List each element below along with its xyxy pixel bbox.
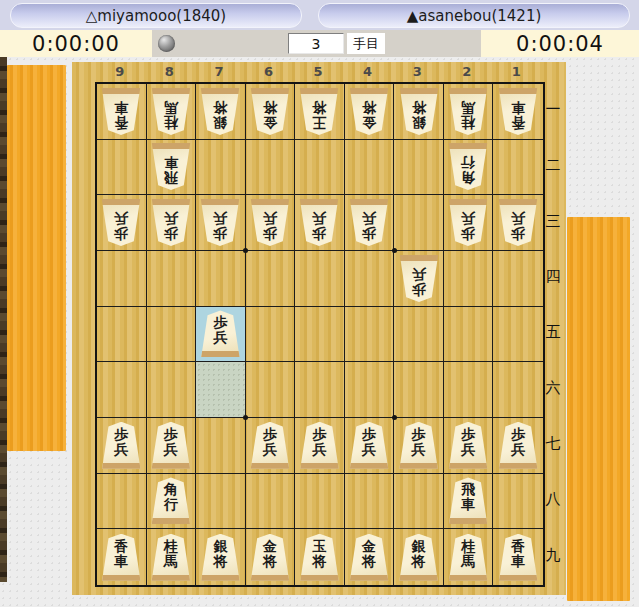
gote-piece-桂馬-81[interactable]: 桂馬 bbox=[151, 88, 191, 135]
sente-piece-歩兵-57[interactable]: 歩兵 bbox=[299, 422, 339, 469]
piece-kanji: 歩 bbox=[164, 226, 178, 241]
piece-kanji: 香 bbox=[114, 115, 128, 130]
square-28[interactable]: 飛車 bbox=[444, 474, 494, 530]
square-84[interactable] bbox=[147, 251, 197, 307]
piece-kanji: 香 bbox=[511, 539, 525, 554]
piece-kanji: 銀 bbox=[412, 115, 426, 130]
piece-kanji: 兵 bbox=[263, 442, 277, 457]
file-label-7: 7 bbox=[194, 63, 244, 81]
file-label-2: 2 bbox=[442, 63, 492, 81]
rank-label-8: 八 bbox=[542, 472, 564, 528]
square-75[interactable]: 歩兵 bbox=[196, 307, 246, 363]
square-63[interactable]: 歩兵 bbox=[246, 195, 296, 251]
square-64[interactable] bbox=[246, 251, 296, 307]
piece-kanji: 将 bbox=[213, 100, 227, 115]
sente-piece-歩兵-97[interactable]: 歩兵 bbox=[101, 422, 141, 469]
square-52[interactable] bbox=[295, 140, 345, 196]
piece-kanji: 銀 bbox=[213, 539, 227, 554]
square-74[interactable] bbox=[196, 251, 246, 307]
sente-piece-歩兵-37[interactable]: 歩兵 bbox=[399, 422, 439, 469]
square-18[interactable] bbox=[493, 474, 543, 530]
piece-kanji: 兵 bbox=[213, 211, 227, 226]
piece-kanji: 歩 bbox=[412, 427, 426, 442]
square-16[interactable] bbox=[493, 362, 543, 418]
gote-piece-飛車-82[interactable]: 飛車 bbox=[151, 143, 191, 190]
square-77[interactable] bbox=[196, 418, 246, 474]
sente-piece-香車-99[interactable]: 香車 bbox=[101, 534, 141, 581]
sente-piece-銀将-79[interactable]: 銀将 bbox=[200, 534, 240, 581]
file-label-8: 8 bbox=[145, 63, 195, 81]
square-59[interactable]: 玉将 bbox=[295, 529, 345, 585]
square-99[interactable]: 香車 bbox=[97, 529, 147, 585]
gote-piece-歩兵-23[interactable]: 歩兵 bbox=[448, 199, 488, 246]
square-93[interactable]: 歩兵 bbox=[97, 195, 147, 251]
piece-kanji: 歩 bbox=[114, 427, 128, 442]
square-17[interactable]: 歩兵 bbox=[493, 418, 543, 474]
piece-kanji: 兵 bbox=[412, 267, 426, 282]
square-62[interactable] bbox=[246, 140, 296, 196]
piece-kanji: 将 bbox=[362, 554, 376, 569]
piece-kanji: 馬 bbox=[461, 100, 475, 115]
piece-kanji: 兵 bbox=[114, 442, 128, 457]
move-number-label: 手目 bbox=[347, 33, 385, 54]
piece-kanji: 金 bbox=[263, 115, 277, 130]
piece-kanji: 歩 bbox=[362, 226, 376, 241]
square-47[interactable]: 歩兵 bbox=[345, 418, 395, 474]
square-41[interactable]: 金将 bbox=[345, 84, 395, 140]
square-66[interactable] bbox=[246, 362, 296, 418]
gote-piece-歩兵-73[interactable]: 歩兵 bbox=[200, 199, 240, 246]
rank-label-3: 三 bbox=[542, 193, 564, 249]
piece-kanji: 銀 bbox=[213, 115, 227, 130]
gote-piece-銀将-71[interactable]: 銀将 bbox=[200, 88, 240, 135]
piece-kanji: 王 bbox=[312, 115, 326, 130]
rank-label-9: 九 bbox=[542, 527, 564, 583]
square-51[interactable]: 王将 bbox=[295, 84, 345, 140]
gote-piece-角行-22[interactable]: 角行 bbox=[448, 143, 488, 190]
piece-kanji: 歩 bbox=[263, 427, 277, 442]
square-71[interactable]: 銀将 bbox=[196, 84, 246, 140]
file-coordinate-labels: 987654321 bbox=[95, 63, 541, 81]
piece-kanji: 車 bbox=[511, 554, 525, 569]
square-31[interactable]: 銀将 bbox=[394, 84, 444, 140]
square-23[interactable]: 歩兵 bbox=[444, 195, 494, 251]
square-25[interactable] bbox=[444, 307, 494, 363]
sente-player-button[interactable]: ▲asanebou(1421) bbox=[318, 3, 630, 28]
file-label-4: 4 bbox=[343, 63, 393, 81]
square-32[interactable] bbox=[394, 140, 444, 196]
piece-kanji: 歩 bbox=[213, 315, 227, 330]
piece-kanji: 兵 bbox=[164, 211, 178, 226]
shogi-client-window: △miyamooo(1840) ▲asanebou(1421) 0:00:00 … bbox=[0, 0, 639, 607]
rank-label-4: 四 bbox=[542, 249, 564, 305]
square-19[interactable]: 香車 bbox=[493, 529, 543, 585]
rank-coordinate-labels: 一二三四五六七八九 bbox=[542, 82, 564, 583]
square-11[interactable]: 香車 bbox=[493, 84, 543, 140]
square-56[interactable] bbox=[295, 362, 345, 418]
piece-kanji: 金 bbox=[362, 539, 376, 554]
square-86[interactable] bbox=[147, 362, 197, 418]
sente-piece-歩兵-75[interactable]: 歩兵 bbox=[200, 310, 240, 357]
square-26[interactable] bbox=[444, 362, 494, 418]
gote-clock: 0:00:00 bbox=[0, 30, 152, 57]
piece-kanji: 兵 bbox=[461, 211, 475, 226]
piece-kanji: 車 bbox=[461, 497, 475, 512]
square-61[interactable]: 金将 bbox=[246, 84, 296, 140]
piece-kanji: 車 bbox=[114, 554, 128, 569]
piece-kanji: 歩 bbox=[213, 226, 227, 241]
piece-kanji: 兵 bbox=[213, 330, 227, 345]
piece-kanji: 兵 bbox=[362, 211, 376, 226]
piece-kanji: 将 bbox=[263, 554, 277, 569]
piece-kanji: 車 bbox=[114, 100, 128, 115]
gote-piece-歩兵-53[interactable]: 歩兵 bbox=[299, 199, 339, 246]
piece-kanji: 歩 bbox=[461, 427, 475, 442]
square-36[interactable] bbox=[394, 362, 444, 418]
sente-piece-銀将-39[interactable]: 銀将 bbox=[399, 534, 439, 581]
square-37[interactable]: 歩兵 bbox=[394, 418, 444, 474]
square-42[interactable] bbox=[345, 140, 395, 196]
square-85[interactable] bbox=[147, 307, 197, 363]
piece-kanji: 車 bbox=[164, 155, 178, 170]
square-89[interactable]: 桂馬 bbox=[147, 529, 197, 585]
piece-kanji: 歩 bbox=[164, 427, 178, 442]
piece-kanji: 桂 bbox=[461, 115, 475, 130]
sente-piece-歩兵-67[interactable]: 歩兵 bbox=[250, 422, 290, 469]
gote-piece-金将-61[interactable]: 金将 bbox=[250, 88, 290, 135]
gote-piece-王将-51[interactable]: 王将 bbox=[299, 88, 339, 135]
piece-kanji: 金 bbox=[362, 115, 376, 130]
square-29[interactable]: 桂馬 bbox=[444, 529, 494, 585]
square-79[interactable]: 銀将 bbox=[196, 529, 246, 585]
piece-kanji: 馬 bbox=[164, 100, 178, 115]
file-label-1: 1 bbox=[492, 63, 542, 81]
piece-kanji: 歩 bbox=[461, 226, 475, 241]
sente-piece-歩兵-27[interactable]: 歩兵 bbox=[448, 422, 488, 469]
rank-label-1: 一 bbox=[542, 82, 564, 138]
piece-kanji: 銀 bbox=[412, 539, 426, 554]
square-87[interactable]: 歩兵 bbox=[147, 418, 197, 474]
piece-kanji: 金 bbox=[263, 539, 277, 554]
square-43[interactable]: 歩兵 bbox=[345, 195, 395, 251]
sente-piece-角行-88[interactable]: 角行 bbox=[151, 477, 191, 524]
sente-piece-歩兵-87[interactable]: 歩兵 bbox=[151, 422, 191, 469]
square-53[interactable]: 歩兵 bbox=[295, 195, 345, 251]
square-95[interactable] bbox=[97, 307, 147, 363]
piece-kanji: 飛 bbox=[164, 170, 178, 185]
gote-player-button[interactable]: △miyamooo(1840) bbox=[10, 3, 302, 28]
square-96[interactable] bbox=[97, 362, 147, 418]
square-69[interactable]: 金将 bbox=[246, 529, 296, 585]
turn-indicator-orb-icon bbox=[158, 35, 175, 52]
gote-piece-香車-11[interactable]: 香車 bbox=[498, 88, 538, 135]
square-73[interactable]: 歩兵 bbox=[196, 195, 246, 251]
square-97[interactable]: 歩兵 bbox=[97, 418, 147, 474]
square-22[interactable]: 角行 bbox=[444, 140, 494, 196]
gote-piece-香車-91[interactable]: 香車 bbox=[101, 88, 141, 135]
rank-label-7: 七 bbox=[542, 416, 564, 472]
left-wood-trim bbox=[0, 57, 7, 582]
square-45[interactable] bbox=[345, 307, 395, 363]
square-14[interactable] bbox=[493, 251, 543, 307]
rank-label-5: 五 bbox=[542, 305, 564, 361]
square-35[interactable] bbox=[394, 307, 444, 363]
square-88[interactable]: 角行 bbox=[147, 474, 197, 530]
square-55[interactable] bbox=[295, 307, 345, 363]
gote-captured-piece-stand[interactable] bbox=[7, 65, 66, 451]
gote-piece-桂馬-21[interactable]: 桂馬 bbox=[448, 88, 488, 135]
sente-clock: 0:00:04 bbox=[481, 30, 639, 57]
sente-piece-玉将-59[interactable]: 玉将 bbox=[299, 534, 339, 581]
piece-kanji: 兵 bbox=[461, 442, 475, 457]
square-34[interactable]: 歩兵 bbox=[394, 251, 444, 307]
piece-kanji: 将 bbox=[412, 554, 426, 569]
square-54[interactable] bbox=[295, 251, 345, 307]
piece-kanji: 兵 bbox=[312, 211, 326, 226]
square-76[interactable] bbox=[196, 362, 246, 418]
piece-kanji: 歩 bbox=[312, 226, 326, 241]
sente-captured-piece-stand[interactable] bbox=[567, 217, 630, 601]
clock-bar: 0:00:00 手目 0:00:04 bbox=[0, 30, 639, 57]
sente-piece-飛車-28[interactable]: 飛車 bbox=[448, 477, 488, 524]
piece-kanji: 馬 bbox=[164, 554, 178, 569]
gote-piece-歩兵-13[interactable]: 歩兵 bbox=[498, 199, 538, 246]
rank-label-2: 二 bbox=[542, 138, 564, 194]
file-label-6: 6 bbox=[244, 63, 294, 81]
square-68[interactable] bbox=[246, 474, 296, 530]
piece-kanji: 香 bbox=[114, 539, 128, 554]
piece-kanji: 将 bbox=[312, 554, 326, 569]
file-label-3: 3 bbox=[392, 63, 442, 81]
square-21[interactable]: 桂馬 bbox=[444, 84, 494, 140]
file-label-5: 5 bbox=[293, 63, 343, 81]
square-81[interactable]: 桂馬 bbox=[147, 84, 197, 140]
move-number-input[interactable] bbox=[288, 33, 344, 54]
square-46[interactable] bbox=[345, 362, 395, 418]
square-94[interactable] bbox=[97, 251, 147, 307]
piece-kanji: 将 bbox=[263, 100, 277, 115]
sente-piece-香車-19[interactable]: 香車 bbox=[498, 534, 538, 581]
piece-kanji: 桂 bbox=[461, 539, 475, 554]
piece-kanji: 将 bbox=[312, 100, 326, 115]
piece-kanji: 歩 bbox=[511, 226, 525, 241]
square-72[interactable] bbox=[196, 140, 246, 196]
sente-piece-桂馬-29[interactable]: 桂馬 bbox=[448, 534, 488, 581]
square-92[interactable] bbox=[97, 140, 147, 196]
gote-piece-銀将-31[interactable]: 銀将 bbox=[399, 88, 439, 135]
gote-piece-歩兵-63[interactable]: 歩兵 bbox=[250, 199, 290, 246]
piece-kanji: 歩 bbox=[114, 226, 128, 241]
piece-kanji: 兵 bbox=[362, 442, 376, 457]
piece-kanji: 兵 bbox=[164, 442, 178, 457]
square-98[interactable] bbox=[97, 474, 147, 530]
sente-piece-歩兵-17[interactable]: 歩兵 bbox=[498, 422, 538, 469]
piece-kanji: 歩 bbox=[511, 427, 525, 442]
sente-piece-桂馬-89[interactable]: 桂馬 bbox=[151, 534, 191, 581]
piece-kanji: 角 bbox=[461, 170, 475, 185]
piece-kanji: 将 bbox=[412, 100, 426, 115]
piece-kanji: 桂 bbox=[164, 115, 178, 130]
piece-kanji: 歩 bbox=[412, 282, 426, 297]
square-91[interactable]: 香車 bbox=[97, 84, 147, 140]
square-39[interactable]: 銀将 bbox=[394, 529, 444, 585]
sente-piece-歩兵-47[interactable]: 歩兵 bbox=[349, 422, 389, 469]
square-57[interactable]: 歩兵 bbox=[295, 418, 345, 474]
gote-piece-歩兵-43[interactable]: 歩兵 bbox=[349, 199, 389, 246]
square-38[interactable] bbox=[394, 474, 444, 530]
square-12[interactable] bbox=[493, 140, 543, 196]
piece-kanji: 将 bbox=[213, 554, 227, 569]
piece-kanji: 馬 bbox=[461, 554, 475, 569]
square-15[interactable] bbox=[493, 307, 543, 363]
piece-kanji: 兵 bbox=[263, 211, 277, 226]
piece-kanji: 兵 bbox=[312, 442, 326, 457]
sente-piece-金将-69[interactable]: 金将 bbox=[250, 534, 290, 581]
piece-kanji: 飛 bbox=[461, 482, 475, 497]
square-83[interactable]: 歩兵 bbox=[147, 195, 197, 251]
piece-kanji: 兵 bbox=[511, 211, 525, 226]
square-67[interactable]: 歩兵 bbox=[246, 418, 296, 474]
square-65[interactable] bbox=[246, 307, 296, 363]
piece-kanji: 兵 bbox=[114, 211, 128, 226]
piece-kanji: 歩 bbox=[362, 427, 376, 442]
piece-kanji: 歩 bbox=[312, 427, 326, 442]
square-44[interactable] bbox=[345, 251, 395, 307]
piece-kanji: 歩 bbox=[263, 226, 277, 241]
piece-kanji: 兵 bbox=[511, 442, 525, 457]
piece-kanji: 角 bbox=[164, 482, 178, 497]
piece-kanji: 香 bbox=[511, 115, 525, 130]
square-27[interactable]: 歩兵 bbox=[444, 418, 494, 474]
piece-kanji: 兵 bbox=[412, 442, 426, 457]
gote-piece-歩兵-93[interactable]: 歩兵 bbox=[101, 199, 141, 246]
player-bar: △miyamooo(1840) ▲asanebou(1421) bbox=[0, 0, 639, 30]
gote-piece-歩兵-34[interactable]: 歩兵 bbox=[399, 255, 439, 302]
square-33[interactable] bbox=[394, 195, 444, 251]
rank-label-6: 六 bbox=[542, 360, 564, 416]
square-58[interactable] bbox=[295, 474, 345, 530]
piece-kanji: 車 bbox=[511, 100, 525, 115]
gote-piece-金将-41[interactable]: 金将 bbox=[349, 88, 389, 135]
square-13[interactable]: 歩兵 bbox=[493, 195, 543, 251]
file-label-9: 9 bbox=[95, 63, 145, 81]
gote-piece-歩兵-83[interactable]: 歩兵 bbox=[151, 199, 191, 246]
piece-kanji: 行 bbox=[164, 497, 178, 512]
square-24[interactable] bbox=[444, 251, 494, 307]
square-82[interactable]: 飛車 bbox=[147, 140, 197, 196]
sente-piece-金将-49[interactable]: 金将 bbox=[349, 534, 389, 581]
piece-kanji: 桂 bbox=[164, 539, 178, 554]
piece-kanji: 将 bbox=[362, 100, 376, 115]
square-49[interactable]: 金将 bbox=[345, 529, 395, 585]
square-78[interactable] bbox=[196, 474, 246, 530]
piece-kanji: 玉 bbox=[312, 539, 326, 554]
piece-kanji: 行 bbox=[461, 155, 475, 170]
square-48[interactable] bbox=[345, 474, 395, 530]
board-grid: 香車桂馬銀将金将王将金将銀将桂馬香車飛車角行歩兵歩兵歩兵歩兵歩兵歩兵歩兵歩兵歩兵… bbox=[95, 82, 545, 587]
